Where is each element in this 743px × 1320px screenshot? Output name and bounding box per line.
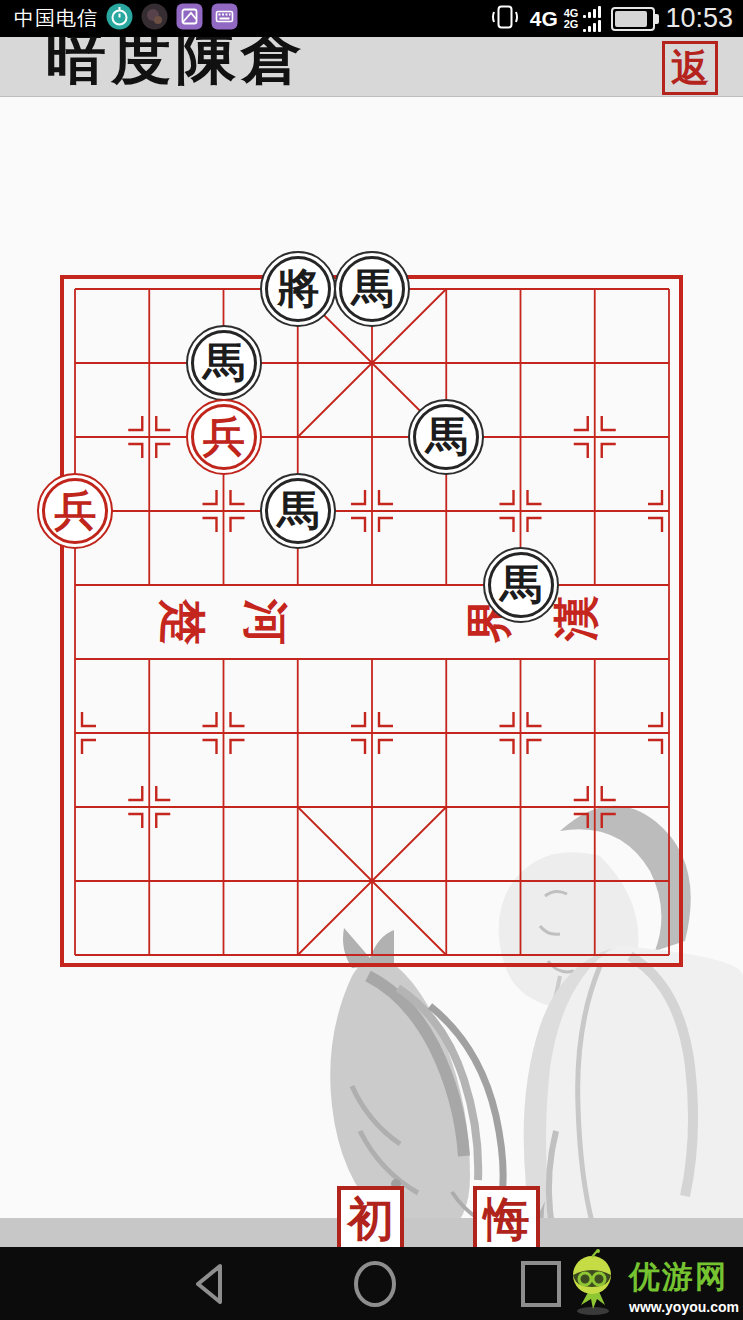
piece-black-horse[interactable]: 馬 [260, 473, 336, 549]
piece-layer: 將馬馬兵馬兵馬馬 [38, 252, 706, 992]
mascot-icon [561, 1249, 625, 1320]
piece-red-soldier[interactable]: 兵 [37, 473, 113, 549]
piece-black-horse[interactable]: 馬 [186, 325, 262, 401]
back-icon[interactable] [179, 1247, 239, 1320]
sim2-label: 2G [564, 19, 579, 30]
back-button[interactable]: 返 [662, 41, 718, 95]
piece-glyph: 將 [277, 268, 319, 310]
back-button-label: 返 [671, 43, 709, 94]
status-bar: 中国电信 4G 4G 2G 10:53 [0, 0, 743, 37]
brand-name: 优游网 [629, 1256, 739, 1298]
keyboard-icon [211, 3, 238, 34]
reset-button-label: 初 [348, 1189, 394, 1251]
network-badge: 4G [530, 8, 558, 29]
gallery-icon [176, 3, 203, 34]
watermark: 优游网 www.yoyou.com [561, 1249, 739, 1320]
piece-black-horse[interactable]: 馬 [334, 251, 410, 327]
status-time: 10:53 [665, 3, 733, 34]
carrier-label: 中国电信 [14, 5, 98, 32]
piece-red-soldier[interactable]: 兵 [186, 399, 262, 475]
piece-glyph: 兵 [54, 490, 96, 532]
piece-black-general[interactable]: 將 [260, 251, 336, 327]
piece-glyph: 馬 [500, 564, 542, 606]
undo-button[interactable]: 悔 [473, 1186, 540, 1253]
piece-glyph: 兵 [203, 416, 245, 458]
navigation-bar: 优游网 www.yoyou.com [0, 1247, 743, 1320]
title-bar: 暗度陳倉 返 [0, 37, 743, 97]
piece-black-horse[interactable]: 馬 [408, 399, 484, 475]
sim-labels: 4G 2G [564, 8, 579, 30]
sim1-label: 4G [564, 8, 579, 19]
page-title: 暗度陳倉 [46, 37, 306, 97]
undo-button-label: 悔 [484, 1189, 530, 1251]
piece-glyph: 馬 [277, 490, 319, 532]
battery-icon [611, 7, 655, 31]
home-icon[interactable] [345, 1247, 405, 1320]
signal-bars-icon [578, 6, 601, 32]
piece-black-horse[interactable]: 馬 [483, 547, 559, 623]
piece-glyph: 馬 [351, 268, 393, 310]
brand-url: www.yoyou.com [629, 1299, 739, 1315]
piece-glyph: 馬 [425, 416, 467, 458]
vibrate-icon [490, 4, 520, 34]
piece-glyph: 馬 [203, 342, 245, 384]
reset-button[interactable]: 初 [337, 1186, 404, 1253]
alarm-icon [106, 3, 133, 34]
app-notification-icon [141, 3, 168, 34]
